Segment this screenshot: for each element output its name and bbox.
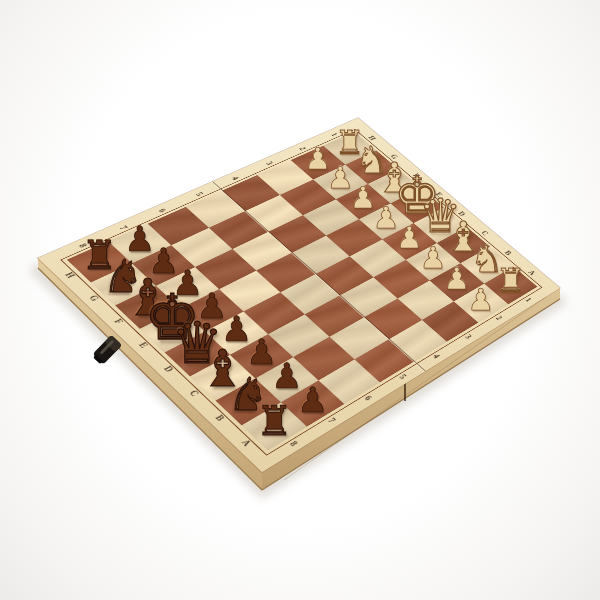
product-photo-scene: HGFEDCBA1122334455667788HGFEDCBA ♜♟♞♟♝♟♚… bbox=[0, 0, 600, 600]
